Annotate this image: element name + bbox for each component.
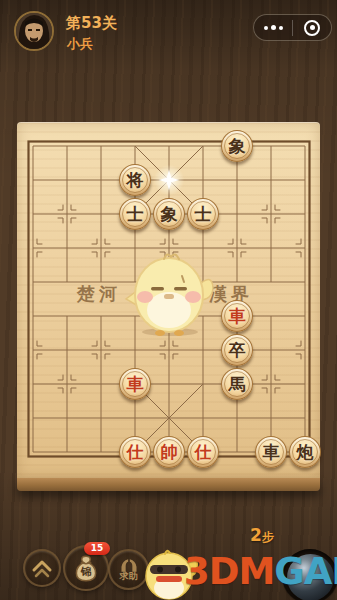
piece-black-士[interactable]: 士 xyxy=(119,198,151,230)
hint-bag-char: 锦 xyxy=(80,565,92,578)
piece-label: 仕 xyxy=(195,437,212,467)
piece-label: 象 xyxy=(229,131,246,161)
more-button[interactable] xyxy=(254,15,292,40)
piece-label: 士 xyxy=(195,199,212,229)
piece-black-象[interactable]: 象 xyxy=(221,130,253,162)
piece-label: 卒 xyxy=(229,335,246,365)
collapse-button[interactable] xyxy=(23,549,61,587)
board-edge xyxy=(17,478,320,491)
rank-label: 小兵 xyxy=(67,35,93,53)
piece-red-仕[interactable]: 仕 xyxy=(187,436,219,468)
warrior-portrait-icon xyxy=(16,13,52,49)
piece-red-車[interactable]: 車 xyxy=(221,300,253,332)
piece-label: 仕 xyxy=(127,437,144,467)
piece-red-車[interactable]: 車 xyxy=(119,368,151,400)
exit-button[interactable] xyxy=(293,15,331,40)
level-title: 第53关 xyxy=(66,14,117,33)
steps-remaining: 2步 xyxy=(250,525,274,546)
player-avatar[interactable] xyxy=(14,11,54,51)
piece-red-仕[interactable]: 仕 xyxy=(119,436,151,468)
xiangqi-board[interactable]: 楚河 漢界 象将士象士車卒車馬仕帥仕車炮 xyxy=(17,122,320,478)
black-stone-icon xyxy=(287,554,334,600)
piece-black-馬[interactable]: 馬 xyxy=(221,368,253,400)
app-root: 第53关 小兵 楚河 漢界 xyxy=(0,0,337,600)
piece-black-象[interactable]: 象 xyxy=(153,198,185,230)
wechat-capsule xyxy=(253,14,332,41)
black-stone-button[interactable] xyxy=(282,549,337,600)
help-label: 求助 xyxy=(120,572,138,581)
more-dots-icon xyxy=(264,26,268,30)
circle-dot-exit-icon xyxy=(304,20,320,36)
piece-black-炮[interactable]: 炮 xyxy=(289,436,321,468)
piece-label: 車 xyxy=(263,437,280,467)
piece-label: 士 xyxy=(127,199,144,229)
mascot-chick-toolbar-icon xyxy=(143,546,201,600)
money-bag-icon: 锦 xyxy=(70,552,102,584)
piece-black-卒[interactable]: 卒 xyxy=(221,334,253,366)
piece-label: 帥 xyxy=(161,437,178,467)
piece-black-士[interactable]: 士 xyxy=(187,198,219,230)
piece-label: 象 xyxy=(161,199,178,229)
chevron-up-icon xyxy=(31,558,53,578)
piece-red-帥[interactable]: 帥 xyxy=(153,436,185,468)
piece-label: 車 xyxy=(229,301,246,331)
piece-black-車[interactable]: 車 xyxy=(255,436,287,468)
piece-label: 炮 xyxy=(297,437,314,467)
piece-label: 車 xyxy=(127,369,144,399)
hint-badge: 15 xyxy=(84,542,110,555)
piece-label: 馬 xyxy=(229,369,246,399)
piece-black-将[interactable]: 将 xyxy=(119,164,151,196)
piece-label: 将 xyxy=(127,165,144,195)
hint-sparkle-icon xyxy=(154,165,184,195)
